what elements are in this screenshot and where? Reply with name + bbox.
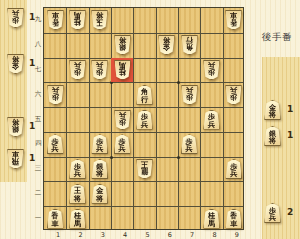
- piece-kanji: 歩 兵: [269, 207, 276, 222]
- piece-tile: 金 将: [158, 35, 175, 55]
- board-piece-8五-gote[interactable]: 歩 兵: [203, 110, 220, 130]
- piece-tile: 歩 兵: [69, 60, 86, 80]
- file-label-8: 8: [211, 231, 219, 239]
- piece-tile: 歩 兵: [225, 85, 242, 105]
- rank-label-六: 六: [34, 90, 42, 99]
- hoshi-dot: [110, 156, 113, 159]
- piece-tile: 歩 兵: [47, 85, 64, 105]
- piece-kanji: 香 車: [230, 12, 237, 27]
- piece-tile: 歩 兵: [91, 60, 108, 80]
- sente-hand-count: 1: [29, 12, 35, 22]
- piece-kanji: 金 将: [12, 56, 19, 71]
- board-piece-4五-sente[interactable]: 歩 兵: [114, 110, 131, 130]
- piece-kanji: 歩 兵: [230, 163, 237, 178]
- piece-kanji: 歩 兵: [74, 61, 81, 76]
- rank-label-一: 一: [34, 214, 42, 223]
- gote-hand-piece[interactable]: 銀 将: [264, 126, 281, 146]
- board-piece-9六-sente[interactable]: 歩 兵: [225, 85, 242, 105]
- piece-kanji: 香 車: [52, 12, 59, 27]
- board-piece-9一-gote[interactable]: 香 車: [225, 209, 242, 229]
- piece-kanji: 龍 王: [141, 161, 148, 176]
- board-piece-3三-gote[interactable]: 銀 将: [91, 159, 108, 179]
- board-gridline: [178, 8, 179, 229]
- board-piece-2一-gote[interactable]: 桂 馬: [69, 209, 86, 229]
- piece-tile: 香 車: [47, 10, 64, 30]
- board-piece-4七-sente[interactable]: 桂 馬: [114, 60, 131, 80]
- sente-hand-piece[interactable]: 銀 将: [7, 117, 24, 137]
- gote-hand-count: 2: [287, 207, 293, 217]
- piece-kanji: 歩 兵: [208, 61, 215, 76]
- piece-tile: 桂 馬: [69, 10, 86, 30]
- piece-tile: 龍 王: [136, 159, 153, 179]
- piece-tile: 角 行: [136, 85, 153, 105]
- sente-hand-count: 1: [29, 153, 35, 163]
- piece-tile: 歩 兵: [7, 8, 24, 28]
- gote-hand-piece[interactable]: 歩 兵: [264, 203, 281, 223]
- shogi-board[interactable]: 香 車桂 馬玉 将香 車銀 将金 将角 行歩 兵歩 兵桂 馬歩 兵歩 兵角 行歩…: [43, 7, 244, 230]
- piece-tile: 金 将: [264, 100, 281, 120]
- piece-tile: 香 車: [47, 209, 64, 229]
- sente-hand-count: 1: [29, 58, 35, 68]
- board-gridline: [66, 8, 67, 229]
- board-piece-4八-sente[interactable]: 銀 将: [114, 35, 131, 55]
- piece-kanji: 歩 兵: [208, 113, 215, 128]
- piece-kanji: 桂 馬: [74, 12, 81, 27]
- shogi-app: 後手番 香 車桂 馬玉 将香 車銀 将金 将角 行歩 兵歩 兵桂 馬歩 兵歩 兵…: [0, 0, 300, 239]
- file-label-4: 4: [121, 231, 129, 239]
- piece-kanji: 歩 兵: [119, 138, 126, 153]
- board-piece-1九-sente[interactable]: 香 車: [47, 10, 64, 30]
- board-piece-5三-sente[interactable]: 龍 王: [136, 159, 153, 179]
- piece-tile: 金 将: [7, 54, 24, 74]
- board-piece-1四-gote[interactable]: 歩 兵: [47, 134, 64, 154]
- piece-kanji: 金 将: [96, 187, 103, 202]
- piece-kanji: 歩 兵: [96, 138, 103, 153]
- file-label-7: 7: [188, 231, 196, 239]
- board-gridline: [223, 8, 224, 229]
- board-gridline: [44, 157, 243, 158]
- piece-kanji: 歩 兵: [230, 86, 237, 101]
- piece-tile: 飛 車: [7, 149, 24, 169]
- board-piece-3九-sente[interactable]: 玉 将: [91, 10, 108, 30]
- board-piece-9三-gote[interactable]: 歩 兵: [225, 159, 242, 179]
- piece-tile: 香 車: [225, 209, 242, 229]
- sente-hand-piece[interactable]: 金 将: [7, 54, 24, 74]
- sente-hand-piece[interactable]: 歩 兵: [7, 8, 24, 28]
- file-label-6: 6: [166, 231, 174, 239]
- board-piece-4四-gote[interactable]: 歩 兵: [114, 134, 131, 154]
- piece-tile: 歩 兵: [203, 110, 220, 130]
- piece-tile: 銀 将: [7, 117, 24, 137]
- piece-kanji: 銀 将: [12, 119, 19, 134]
- piece-kanji: 銀 将: [119, 37, 126, 52]
- board-piece-3七-sente[interactable]: 歩 兵: [91, 60, 108, 80]
- board-piece-8七-sente[interactable]: 歩 兵: [203, 60, 220, 80]
- piece-kanji: 歩 兵: [52, 138, 59, 153]
- hoshi-dot: [177, 81, 180, 84]
- piece-tile: 歩 兵: [181, 85, 198, 105]
- piece-tile: 歩 兵: [47, 134, 64, 154]
- board-piece-2九-sente[interactable]: 桂 馬: [69, 10, 86, 30]
- file-label-1: 1: [54, 231, 62, 239]
- board-piece-2二-gote[interactable]: 王 将: [69, 184, 86, 204]
- piece-kanji: 歩 兵: [141, 113, 148, 128]
- board-gridline: [156, 8, 157, 229]
- piece-kanji: 桂 馬: [208, 212, 215, 227]
- board-piece-7八-sente[interactable]: 角 行: [181, 35, 198, 55]
- piece-kanji: 香 車: [52, 212, 59, 227]
- piece-kanji: 角 行: [186, 37, 193, 52]
- piece-tile: 歩 兵: [91, 134, 108, 154]
- board-piece-7四-gote[interactable]: 歩 兵: [181, 134, 198, 154]
- piece-tile: 歩 兵: [181, 134, 198, 154]
- board-piece-1一-gote[interactable]: 香 車: [47, 209, 64, 229]
- piece-tile: 桂 馬: [69, 209, 86, 229]
- board-piece-5五-gote[interactable]: 歩 兵: [136, 110, 153, 130]
- piece-kanji: 桂 馬: [119, 61, 126, 76]
- piece-kanji: 角 行: [141, 88, 148, 103]
- board-gridline: [44, 107, 243, 108]
- board-piece-7六-sente[interactable]: 歩 兵: [181, 85, 198, 105]
- board-piece-3二-gote[interactable]: 金 将: [91, 184, 108, 204]
- hoshi-dot: [177, 156, 180, 159]
- piece-kanji: 金 将: [163, 37, 170, 52]
- board-gridline: [44, 132, 243, 133]
- piece-tile: 金 将: [91, 184, 108, 204]
- piece-tile: 桂 馬: [114, 60, 131, 80]
- piece-kanji: 玉 将: [96, 12, 103, 27]
- board-gridline: [200, 8, 201, 229]
- rank-label-八: 八: [34, 40, 42, 49]
- piece-kanji: 桂 馬: [74, 212, 81, 227]
- piece-kanji: 香 車: [230, 212, 237, 227]
- piece-tile: 王 将: [69, 184, 86, 204]
- rank-label-四: 四: [34, 139, 42, 148]
- piece-kanji: 銀 将: [269, 130, 276, 145]
- turn-indicator: 後手番: [262, 31, 292, 44]
- file-label-3: 3: [99, 231, 107, 239]
- piece-kanji: 王 将: [74, 187, 81, 202]
- piece-tile: 角 行: [181, 35, 198, 55]
- sente-hand-piece[interactable]: 飛 車: [7, 149, 24, 169]
- board-piece-6八-sente[interactable]: 金 将: [158, 35, 175, 55]
- rank-label-二: 二: [34, 189, 42, 198]
- piece-kanji: 歩 兵: [52, 86, 59, 101]
- piece-tile: 歩 兵: [69, 159, 86, 179]
- piece-tile: 銀 将: [264, 126, 281, 146]
- board-gridline: [44, 206, 243, 207]
- sente-hand-count: 1: [29, 121, 35, 131]
- piece-tile: 歩 兵: [136, 110, 153, 130]
- gote-hand-piece[interactable]: 金 将: [264, 100, 281, 120]
- gote-hand-count: 1: [287, 130, 293, 140]
- rank-label-三: 三: [34, 164, 42, 173]
- piece-tile: 歩 兵: [114, 134, 131, 154]
- board-gridline: [44, 181, 243, 182]
- piece-tile: 香 車: [225, 10, 242, 30]
- board-gridline: [44, 33, 243, 34]
- piece-tile: 歩 兵: [203, 60, 220, 80]
- piece-tile: 銀 将: [91, 159, 108, 179]
- board-gridline: [44, 82, 243, 83]
- board-piece-2七-sente[interactable]: 歩 兵: [69, 60, 86, 80]
- file-label-2: 2: [77, 231, 85, 239]
- piece-kanji: 飛 車: [12, 151, 19, 166]
- board-piece-5六-gote[interactable]: 角 行: [136, 85, 153, 105]
- piece-kanji: 金 将: [269, 104, 276, 119]
- board-piece-2三-gote[interactable]: 歩 兵: [69, 159, 86, 179]
- board-gridline: [133, 8, 134, 229]
- board-piece-8一-gote[interactable]: 桂 馬: [203, 209, 220, 229]
- piece-tile: 桂 馬: [203, 209, 220, 229]
- piece-tile: 歩 兵: [225, 159, 242, 179]
- piece-kanji: 歩 兵: [74, 163, 81, 178]
- piece-kanji: 銀 将: [96, 163, 103, 178]
- board-gridline: [44, 58, 243, 59]
- piece-tile: 玉 将: [91, 10, 108, 30]
- file-label-9: 9: [233, 231, 241, 239]
- piece-kanji: 歩 兵: [186, 138, 193, 153]
- piece-kanji: 歩 兵: [12, 10, 19, 25]
- piece-kanji: 歩 兵: [96, 61, 103, 76]
- piece-kanji: 歩 兵: [119, 111, 126, 126]
- gote-hand-count: 1: [287, 104, 293, 114]
- board-piece-1六-sente[interactable]: 歩 兵: [47, 85, 64, 105]
- board-gridline: [111, 8, 112, 229]
- piece-tile: 銀 将: [114, 35, 131, 55]
- piece-kanji: 歩 兵: [186, 86, 193, 101]
- board-piece-9九-sente[interactable]: 香 車: [225, 10, 242, 30]
- piece-tile: 歩 兵: [264, 203, 281, 223]
- board-gridline: [89, 8, 90, 229]
- board-piece-3四-gote[interactable]: 歩 兵: [91, 134, 108, 154]
- file-label-5: 5: [144, 231, 152, 239]
- piece-tile: 歩 兵: [114, 110, 131, 130]
